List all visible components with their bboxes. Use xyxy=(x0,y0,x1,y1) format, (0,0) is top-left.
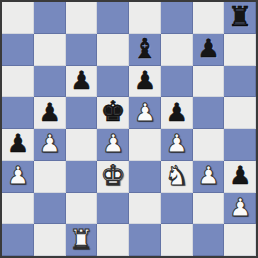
square-d7[interactable] xyxy=(97,34,129,66)
square-g1[interactable] xyxy=(193,224,225,256)
square-d4[interactable]: ♟ xyxy=(97,129,129,161)
black-king-piece[interactable]: ♚ xyxy=(101,98,126,126)
black-pawn-piece[interactable]: ♟ xyxy=(134,68,156,93)
black-rook-piece[interactable]: ♜ xyxy=(228,3,252,30)
square-g7[interactable]: ♟ xyxy=(193,34,225,66)
white-pawn-piece[interactable]: ♟ xyxy=(134,100,156,125)
square-b4[interactable]: ♟ xyxy=(34,129,66,161)
square-g3[interactable]: ♟ xyxy=(193,161,225,193)
square-f4[interactable]: ♟ xyxy=(161,129,193,161)
chess-board: ♜♝♟♟♟♟♚♟♟♟♟♟♟♟♚♞♟♟♟♜ xyxy=(2,2,256,256)
square-c4[interactable] xyxy=(66,129,98,161)
square-c8[interactable] xyxy=(66,2,98,34)
square-h1[interactable] xyxy=(224,224,256,256)
square-h4[interactable] xyxy=(224,129,256,161)
black-pawn-piece[interactable]: ♟ xyxy=(165,100,187,125)
square-g2[interactable] xyxy=(193,193,225,225)
square-c2[interactable] xyxy=(66,193,98,225)
square-g8[interactable] xyxy=(193,2,225,34)
square-d5[interactable]: ♚ xyxy=(97,97,129,129)
white-pawn-piece[interactable]: ♟ xyxy=(197,163,219,188)
square-a5[interactable] xyxy=(2,97,34,129)
white-pawn-piece[interactable]: ♟ xyxy=(38,131,60,156)
square-d1[interactable] xyxy=(97,224,129,256)
black-pawn-piece[interactable]: ♟ xyxy=(229,163,251,188)
square-d3[interactable]: ♚ xyxy=(97,161,129,193)
square-f8[interactable] xyxy=(161,2,193,34)
square-g5[interactable] xyxy=(193,97,225,129)
square-a4[interactable]: ♟ xyxy=(2,129,34,161)
square-b5[interactable]: ♟ xyxy=(34,97,66,129)
black-pawn-piece[interactable]: ♟ xyxy=(7,131,29,156)
square-f5[interactable]: ♟ xyxy=(161,97,193,129)
square-c5[interactable] xyxy=(66,97,98,129)
black-bishop-piece[interactable]: ♝ xyxy=(133,35,157,62)
square-h7[interactable] xyxy=(224,34,256,66)
square-h3[interactable]: ♟ xyxy=(224,161,256,193)
square-h6[interactable] xyxy=(224,66,256,98)
black-pawn-piece[interactable]: ♟ xyxy=(197,36,219,61)
square-f3[interactable]: ♞ xyxy=(161,161,193,193)
square-a8[interactable] xyxy=(2,2,34,34)
square-a1[interactable] xyxy=(2,224,34,256)
square-g6[interactable] xyxy=(193,66,225,98)
square-c7[interactable] xyxy=(66,34,98,66)
white-king-piece[interactable]: ♚ xyxy=(101,162,126,190)
square-h2[interactable]: ♟ xyxy=(224,193,256,225)
square-b8[interactable] xyxy=(34,2,66,34)
white-rook-piece[interactable]: ♜ xyxy=(69,226,93,253)
square-f7[interactable] xyxy=(161,34,193,66)
square-g4[interactable] xyxy=(193,129,225,161)
square-c1[interactable]: ♜ xyxy=(66,224,98,256)
square-h5[interactable] xyxy=(224,97,256,129)
square-h8[interactable]: ♜ xyxy=(224,2,256,34)
square-a7[interactable] xyxy=(2,34,34,66)
square-b6[interactable] xyxy=(34,66,66,98)
square-e2[interactable] xyxy=(129,193,161,225)
square-a3[interactable]: ♟ xyxy=(2,161,34,193)
square-f6[interactable] xyxy=(161,66,193,98)
square-a6[interactable] xyxy=(2,66,34,98)
white-pawn-piece[interactable]: ♟ xyxy=(229,195,251,220)
square-d6[interactable] xyxy=(97,66,129,98)
square-c6[interactable]: ♟ xyxy=(66,66,98,98)
square-e1[interactable] xyxy=(129,224,161,256)
square-b7[interactable] xyxy=(34,34,66,66)
white-knight-piece[interactable]: ♞ xyxy=(165,162,189,189)
square-f2[interactable] xyxy=(161,193,193,225)
square-e4[interactable] xyxy=(129,129,161,161)
square-b1[interactable] xyxy=(34,224,66,256)
black-pawn-piece[interactable]: ♟ xyxy=(70,68,92,93)
square-e6[interactable]: ♟ xyxy=(129,66,161,98)
white-pawn-piece[interactable]: ♟ xyxy=(102,131,124,156)
square-d8[interactable] xyxy=(97,2,129,34)
square-c3[interactable] xyxy=(66,161,98,193)
square-e5[interactable]: ♟ xyxy=(129,97,161,129)
square-b2[interactable] xyxy=(34,193,66,225)
square-e7[interactable]: ♝ xyxy=(129,34,161,66)
chess-board-frame: ♜♝♟♟♟♟♚♟♟♟♟♟♟♟♚♞♟♟♟♜ xyxy=(0,0,258,258)
square-f1[interactable] xyxy=(161,224,193,256)
square-d2[interactable] xyxy=(97,193,129,225)
square-e8[interactable] xyxy=(129,2,161,34)
black-pawn-piece[interactable]: ♟ xyxy=(38,100,60,125)
square-e3[interactable] xyxy=(129,161,161,193)
square-b3[interactable] xyxy=(34,161,66,193)
square-a2[interactable] xyxy=(2,193,34,225)
white-pawn-piece[interactable]: ♟ xyxy=(7,163,29,188)
white-pawn-piece[interactable]: ♟ xyxy=(165,131,187,156)
